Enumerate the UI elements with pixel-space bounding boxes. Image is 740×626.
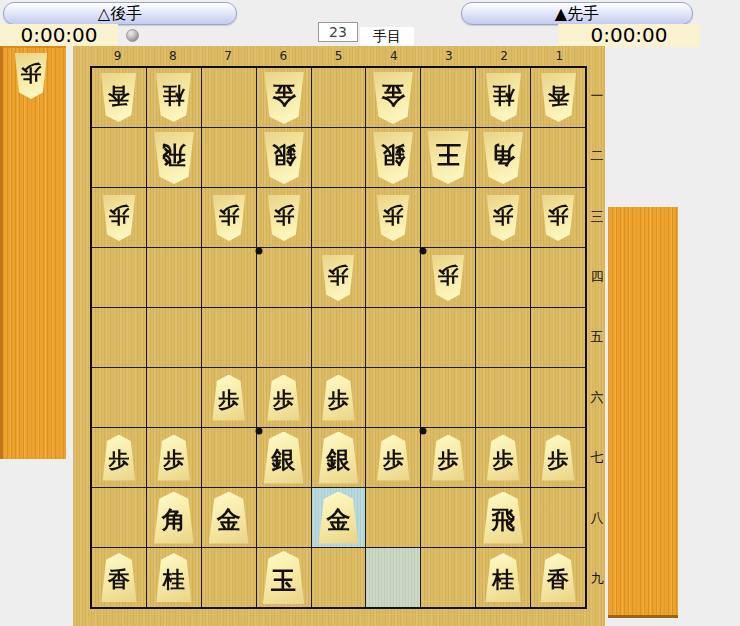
cell-3二[interactable]: 王: [421, 128, 475, 187]
cell-2七[interactable]: 歩: [476, 428, 530, 487]
cell-7四[interactable]: [202, 248, 256, 307]
piece-gote-silver[interactable]: 銀: [371, 132, 415, 184]
piece-kanji: 歩: [328, 386, 349, 414]
cell-2八[interactable]: 飛: [476, 488, 530, 547]
cell-2六[interactable]: [476, 368, 530, 427]
piece-sente-bishop[interactable]: 角: [152, 492, 196, 544]
cell-5五[interactable]: [312, 308, 366, 367]
piece-kanji: 銀: [272, 444, 296, 476]
piece-gote-bishop[interactable]: 角: [481, 132, 525, 184]
piece-kanji: 歩: [273, 201, 294, 229]
piece-kanji: 銀: [326, 444, 350, 476]
cell-8七[interactable]: 歩: [147, 428, 201, 487]
piece-gote-pawn[interactable]: 歩: [375, 195, 411, 241]
cell-6九[interactable]: 玉: [257, 548, 311, 607]
cell-4二[interactable]: 銀: [366, 128, 420, 187]
status-sphere-icon: [126, 29, 139, 42]
cell-7八[interactable]: 金: [202, 488, 256, 547]
piece-kanji: 歩: [328, 261, 349, 289]
rank-label: 六: [589, 368, 605, 428]
cell-4七[interactable]: 歩: [366, 428, 420, 487]
piece-kanji: 歩: [108, 201, 129, 229]
cell-7五[interactable]: [202, 308, 256, 367]
file-label: 4: [366, 47, 421, 65]
piece-kanji: 歩: [493, 201, 514, 229]
cell-1六[interactable]: [531, 368, 585, 427]
piece-sente-gold[interactable]: 金: [207, 492, 251, 544]
piece-gote-pawn[interactable]: 歩: [540, 195, 576, 241]
piece-sente-pawn[interactable]: 歩: [375, 435, 411, 481]
piece-sente-knight[interactable]: 桂: [484, 553, 523, 602]
piece-kanji: 歩: [493, 446, 514, 474]
cell-1二[interactable]: [531, 128, 585, 187]
piece-sente-silver[interactable]: 銀: [316, 432, 360, 484]
cell-7一[interactable]: [202, 68, 256, 127]
cell-4五[interactable]: [366, 308, 420, 367]
cell-6一[interactable]: 金: [257, 68, 311, 127]
cell-9六[interactable]: [92, 368, 146, 427]
gote-hand-pieces: 歩: [13, 53, 49, 99]
sente-clock: 0:00:00: [558, 24, 700, 47]
file-label: 1: [532, 47, 587, 65]
piece-sente-silver[interactable]: 銀: [262, 432, 306, 484]
piece-kanji: 香: [108, 565, 130, 595]
cell-4六[interactable]: [366, 368, 420, 427]
piece-gote-knight[interactable]: 桂: [154, 73, 193, 122]
cell-8六[interactable]: [147, 368, 201, 427]
piece-gote-gold[interactable]: 金: [371, 72, 415, 124]
cell-4一[interactable]: 金: [366, 68, 420, 127]
sente-player-button[interactable]: ▲先手: [461, 2, 693, 25]
cell-5三[interactable]: [312, 188, 366, 247]
cell-8九[interactable]: 桂: [147, 548, 201, 607]
piece-gote-pawn[interactable]: 歩: [320, 255, 356, 301]
cell-3六[interactable]: [421, 368, 475, 427]
piece-kanji: 王: [436, 139, 461, 172]
piece-kanji: 歩: [383, 446, 404, 474]
piece-gote-pawn[interactable]: 歩: [211, 195, 247, 241]
file-label: 5: [311, 47, 366, 65]
cell-5六[interactable]: 歩: [312, 368, 366, 427]
piece-kanji: 歩: [548, 201, 569, 229]
cell-6四[interactable]: [257, 248, 311, 307]
piece-kanji: 玉: [271, 564, 296, 597]
cell-4九[interactable]: [366, 548, 420, 607]
piece-kanji: 歩: [163, 446, 184, 474]
piece-kanji: 桂: [492, 565, 514, 595]
cell-8四[interactable]: [147, 248, 201, 307]
cell-2九[interactable]: 桂: [476, 548, 530, 607]
piece-sente-knight[interactable]: 桂: [154, 553, 193, 602]
move-suffix-label: 手目: [360, 27, 414, 46]
piece-gote-pawn[interactable]: 歩: [266, 195, 302, 241]
piece-sente-pawn[interactable]: 歩: [211, 375, 247, 421]
piece-sente-pawn[interactable]: 歩: [320, 375, 356, 421]
piece-sente-gold[interactable]: 金: [316, 492, 360, 544]
cell-2二[interactable]: 角: [476, 128, 530, 187]
file-label: 3: [421, 47, 476, 65]
piece-sente-pawn[interactable]: 歩: [101, 435, 137, 481]
cell-9五[interactable]: [92, 308, 146, 367]
piece-sente-lance[interactable]: 香: [539, 553, 578, 602]
piece-sente-pawn[interactable]: 歩: [540, 435, 576, 481]
cell-5四[interactable]: 歩: [312, 248, 366, 307]
piece-kanji: 桂: [492, 80, 514, 110]
rank-label: 二: [589, 126, 605, 186]
piece-kanji: 歩: [218, 201, 239, 229]
piece-kanji: 歩: [548, 446, 569, 474]
cell-1四[interactable]: [531, 248, 585, 307]
piece-kanji: 香: [547, 565, 569, 595]
rank-label: 五: [589, 307, 605, 367]
sente-komadai: [608, 207, 678, 618]
piece-sente-pawn[interactable]: 歩: [156, 435, 192, 481]
cell-3七[interactable]: 歩: [421, 428, 475, 487]
piece-kanji: 飛: [491, 504, 515, 536]
cell-8五[interactable]: [147, 308, 201, 367]
piece-sente-lance[interactable]: 香: [99, 553, 138, 602]
gote-clock: 0:00:00: [0, 24, 118, 47]
cell-1九[interactable]: 香: [531, 548, 585, 607]
cell-3一[interactable]: [421, 68, 475, 127]
cell-1八[interactable]: [531, 488, 585, 547]
move-number-input[interactable]: 23: [318, 22, 358, 42]
cell-6二[interactable]: 銀: [257, 128, 311, 187]
piece-kanji: 歩: [383, 201, 404, 229]
cell-8一[interactable]: 桂: [147, 68, 201, 127]
piece-kanji: 香: [108, 80, 130, 110]
piece-kanji: 歩: [108, 446, 129, 474]
cell-8八[interactable]: 角: [147, 488, 201, 547]
cell-6三[interactable]: 歩: [257, 188, 311, 247]
piece-gote-pawn[interactable]: 歩: [13, 53, 49, 99]
gote-player-button[interactable]: △後手: [3, 2, 237, 25]
piece-kanji: 銀: [272, 139, 296, 171]
piece-kanji: 歩: [273, 386, 294, 414]
piece-kanji: 金: [381, 79, 405, 111]
cell-7二[interactable]: [202, 128, 256, 187]
piece-sente-pawn[interactable]: 歩: [266, 375, 302, 421]
cell-7三[interactable]: 歩: [202, 188, 256, 247]
cell-6五[interactable]: [257, 308, 311, 367]
cell-7六[interactable]: 歩: [202, 368, 256, 427]
piece-kanji: 金: [217, 504, 241, 536]
cell-9八[interactable]: [92, 488, 146, 547]
cell-1一[interactable]: 香: [531, 68, 585, 127]
piece-sente-pawn[interactable]: 歩: [430, 435, 466, 481]
cell-5七[interactable]: 銀: [312, 428, 366, 487]
cell-2三[interactable]: 歩: [476, 188, 530, 247]
piece-gote-pawn[interactable]: 歩: [430, 255, 466, 301]
cell-4三[interactable]: 歩: [366, 188, 420, 247]
cell-3九[interactable]: [421, 548, 475, 607]
piece-kanji: 角: [162, 504, 186, 536]
cell-9二[interactable]: [92, 128, 146, 187]
cell-6六[interactable]: 歩: [257, 368, 311, 427]
piece-kanji: 歩: [438, 446, 459, 474]
cell-3三[interactable]: [421, 188, 475, 247]
piece-sente-king[interactable]: 玉: [261, 551, 307, 604]
rank-label: 八: [589, 488, 605, 548]
rank-label: 一: [589, 66, 605, 126]
rank-label: 七: [589, 428, 605, 488]
piece-kanji: 銀: [381, 139, 405, 171]
piece-kanji: 角: [491, 139, 515, 171]
piece-gote-gold[interactable]: 金: [262, 72, 306, 124]
cell-1三[interactable]: 歩: [531, 188, 585, 247]
piece-gote-lance[interactable]: 香: [539, 73, 578, 122]
rank-labels: 一二三四五六七八九: [589, 66, 605, 609]
piece-kanji: 香: [547, 80, 569, 110]
piece-gote-rook[interactable]: 飛: [152, 132, 196, 184]
piece-sente-rook[interactable]: 飛: [481, 492, 525, 544]
cell-3八[interactable]: [421, 488, 475, 547]
piece-kanji: 歩: [21, 60, 42, 88]
piece-gote-knight[interactable]: 桂: [484, 73, 523, 122]
rank-label: 三: [589, 187, 605, 247]
piece-gote-silver[interactable]: 銀: [262, 132, 306, 184]
cell-9四[interactable]: [92, 248, 146, 307]
piece-kanji: 歩: [218, 386, 239, 414]
piece-sente-pawn[interactable]: 歩: [485, 435, 521, 481]
cell-2一[interactable]: 桂: [476, 68, 530, 127]
rank-label: 四: [589, 247, 605, 307]
rank-label: 九: [589, 549, 605, 609]
board-grid: 香桂金金桂香飛銀銀王角歩歩歩歩歩歩歩歩歩歩歩歩歩銀銀歩歩歩歩角金金飛香桂玉桂香: [90, 66, 587, 609]
cell-1五[interactable]: [531, 308, 585, 367]
cell-5九[interactable]: [312, 548, 366, 607]
piece-gote-lance[interactable]: 香: [99, 73, 138, 122]
cell-9一[interactable]: 香: [92, 68, 146, 127]
gote-komadai: 歩: [0, 46, 66, 459]
cell-4八[interactable]: [366, 488, 420, 547]
piece-kanji: 桂: [163, 80, 185, 110]
piece-kanji: 金: [326, 504, 350, 536]
piece-kanji: 桂: [163, 565, 185, 595]
piece-kanji: 飛: [162, 139, 186, 171]
file-label: 7: [200, 47, 255, 65]
cell-6八[interactable]: [257, 488, 311, 547]
cell-6七[interactable]: 銀: [257, 428, 311, 487]
cell-7七[interactable]: [202, 428, 256, 487]
piece-gote-king[interactable]: 王: [425, 131, 471, 184]
cell-8二[interactable]: 飛: [147, 128, 201, 187]
shogi-board: 987654321 一二三四五六七八九 香桂金金桂香飛銀銀王角歩歩歩歩歩歩歩歩歩…: [73, 46, 605, 626]
file-labels: 987654321: [90, 47, 587, 65]
piece-gote-pawn[interactable]: 歩: [101, 195, 137, 241]
piece-kanji: 金: [272, 79, 296, 111]
file-label: 8: [145, 47, 200, 65]
cell-5八[interactable]: 金: [312, 488, 366, 547]
cell-4四[interactable]: [366, 248, 420, 307]
cell-5一[interactable]: [312, 68, 366, 127]
piece-kanji: 歩: [438, 261, 459, 289]
cell-5二[interactable]: [312, 128, 366, 187]
cell-2四[interactable]: [476, 248, 530, 307]
cell-9九[interactable]: 香: [92, 548, 146, 607]
file-label: 6: [256, 47, 311, 65]
cell-1七[interactable]: 歩: [531, 428, 585, 487]
cell-9七[interactable]: 歩: [92, 428, 146, 487]
file-label: 9: [90, 47, 145, 65]
cell-9三[interactable]: 歩: [92, 188, 146, 247]
cell-8三[interactable]: [147, 188, 201, 247]
file-label: 2: [477, 47, 532, 65]
piece-gote-pawn[interactable]: 歩: [485, 195, 521, 241]
cell-3五[interactable]: [421, 308, 475, 367]
cell-3四[interactable]: 歩: [421, 248, 475, 307]
cell-2五[interactable]: [476, 308, 530, 367]
cell-7九[interactable]: [202, 548, 256, 607]
